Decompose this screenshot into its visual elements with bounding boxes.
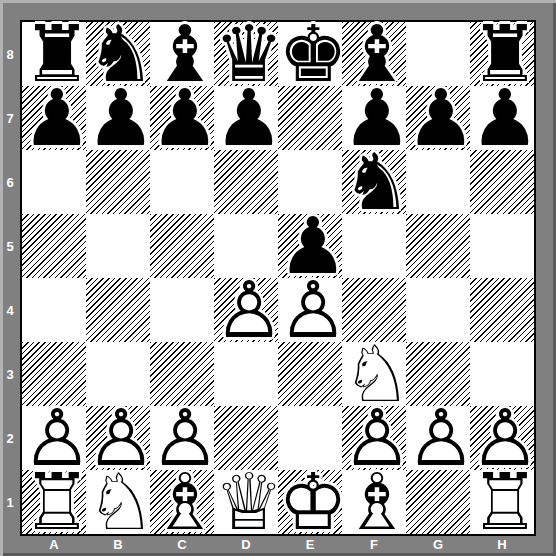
- rank-label-4: 4: [0, 278, 20, 342]
- white-bishop-f1[interactable]: ♝♗: [342, 470, 406, 534]
- square-e7[interactable]: [278, 86, 342, 150]
- piece-glyph: ♔: [278, 470, 342, 534]
- square-h1[interactable]: ♜♖: [470, 470, 534, 534]
- piece-glyph: ♙: [214, 278, 278, 342]
- square-a1[interactable]: ♜♖: [22, 470, 86, 534]
- square-b5[interactable]: [86, 214, 150, 278]
- square-a6[interactable]: [22, 150, 86, 214]
- square-e4[interactable]: ♟♙: [278, 278, 342, 342]
- piece-glyph: ♟: [86, 86, 150, 150]
- white-rook-h1[interactable]: ♜♖: [470, 470, 534, 534]
- square-h7[interactable]: ♟♟: [470, 86, 534, 150]
- square-d1[interactable]: ♛♕: [214, 470, 278, 534]
- piece-glyph: ♚: [278, 22, 342, 86]
- square-g7[interactable]: ♟♟: [406, 86, 470, 150]
- black-pawn-g7[interactable]: ♟♟: [406, 86, 470, 150]
- piece-glyph: ♟: [214, 86, 278, 150]
- rank-label-2: 2: [0, 406, 20, 470]
- rank-label-5: 5: [0, 214, 20, 278]
- square-b7[interactable]: ♟♟: [86, 86, 150, 150]
- square-e8[interactable]: ♚♚: [278, 22, 342, 86]
- white-knight-b1[interactable]: ♞♘: [86, 470, 150, 534]
- file-label-h: H: [470, 534, 534, 554]
- square-a7[interactable]: ♟♟: [22, 86, 86, 150]
- rank-label-1: 1: [0, 470, 20, 534]
- square-d6[interactable]: [214, 150, 278, 214]
- rank-label-7: 7: [0, 86, 20, 150]
- file-labels: ABCDEFGH: [22, 534, 534, 554]
- white-king-e1[interactable]: ♚♔: [278, 470, 342, 534]
- rank-label-8: 8: [0, 22, 20, 86]
- piece-glyph: ♞: [342, 150, 406, 214]
- square-g6[interactable]: [406, 150, 470, 214]
- square-d3[interactable]: [214, 342, 278, 406]
- piece-glyph: ♖: [470, 470, 534, 534]
- square-f1[interactable]: ♝♗: [342, 470, 406, 534]
- chess-board[interactable]: ♜♜♞♞♝♝♛♛♚♚♝♝♜♜♟♟♟♟♟♟♟♟♟♟♟♟♟♟♞♞♟♟♟♙♟♙♞♘♟♙…: [20, 20, 536, 536]
- square-f5[interactable]: [342, 214, 406, 278]
- piece-glyph: ♟: [22, 86, 86, 150]
- square-d7[interactable]: ♟♟: [214, 86, 278, 150]
- piece-glyph: ♙: [406, 406, 470, 470]
- file-label-c: C: [150, 534, 214, 554]
- black-pawn-d7[interactable]: ♟♟: [214, 86, 278, 150]
- white-pawn-g2[interactable]: ♟♙: [406, 406, 470, 470]
- black-king-e8[interactable]: ♚♚: [278, 22, 342, 86]
- piece-glyph: ♗: [342, 470, 406, 534]
- rank-label-3: 3: [0, 342, 20, 406]
- file-label-e: E: [278, 534, 342, 554]
- black-pawn-a7[interactable]: ♟♟: [22, 86, 86, 150]
- file-label-d: D: [214, 534, 278, 554]
- square-c5[interactable]: [150, 214, 214, 278]
- file-label-b: B: [86, 534, 150, 554]
- square-h4[interactable]: [470, 278, 534, 342]
- square-e1[interactable]: ♚♔: [278, 470, 342, 534]
- black-pawn-b7[interactable]: ♟♟: [86, 86, 150, 150]
- square-g5[interactable]: [406, 214, 470, 278]
- white-queen-d1[interactable]: ♛♕: [214, 470, 278, 534]
- chess-diagram: 87654321 ♜♜♞♞♝♝♛♛♚♚♝♝♜♜♟♟♟♟♟♟♟♟♟♟♟♟♟♟♞♞♟…: [0, 0, 556, 556]
- file-label-a: A: [22, 534, 86, 554]
- piece-glyph: ♖: [22, 470, 86, 534]
- square-b6[interactable]: [86, 150, 150, 214]
- square-b1[interactable]: ♞♘: [86, 470, 150, 534]
- square-h5[interactable]: [470, 214, 534, 278]
- square-c4[interactable]: [150, 278, 214, 342]
- black-knight-f6[interactable]: ♞♞: [342, 150, 406, 214]
- black-pawn-c7[interactable]: ♟♟: [150, 86, 214, 150]
- black-pawn-h7[interactable]: ♟♟: [470, 86, 534, 150]
- white-pawn-d4[interactable]: ♟♙: [214, 278, 278, 342]
- file-label-f: F: [342, 534, 406, 554]
- square-g4[interactable]: [406, 278, 470, 342]
- piece-glyph: ♟: [406, 86, 470, 150]
- piece-glyph: ♗: [150, 470, 214, 534]
- white-rook-a1[interactable]: ♜♖: [22, 470, 86, 534]
- square-h6[interactable]: [470, 150, 534, 214]
- piece-glyph: ♕: [214, 470, 278, 534]
- square-b4[interactable]: [86, 278, 150, 342]
- square-c6[interactable]: [150, 150, 214, 214]
- piece-glyph: ♟: [470, 86, 534, 150]
- square-f6[interactable]: ♞♞: [342, 150, 406, 214]
- rank-labels: 87654321: [0, 22, 20, 534]
- piece-glyph: ♙: [278, 278, 342, 342]
- white-pawn-e4[interactable]: ♟♙: [278, 278, 342, 342]
- square-a5[interactable]: [22, 214, 86, 278]
- square-a4[interactable]: [22, 278, 86, 342]
- square-g1[interactable]: [406, 470, 470, 534]
- square-e3[interactable]: [278, 342, 342, 406]
- square-g2[interactable]: ♟♙: [406, 406, 470, 470]
- piece-glyph: ♘: [86, 470, 150, 534]
- piece-glyph: ♟: [150, 86, 214, 150]
- square-c7[interactable]: ♟♟: [150, 86, 214, 150]
- file-label-g: G: [406, 534, 470, 554]
- white-bishop-c1[interactable]: ♝♗: [150, 470, 214, 534]
- rank-label-6: 6: [0, 150, 20, 214]
- square-c1[interactable]: ♝♗: [150, 470, 214, 534]
- square-d4[interactable]: ♟♙: [214, 278, 278, 342]
